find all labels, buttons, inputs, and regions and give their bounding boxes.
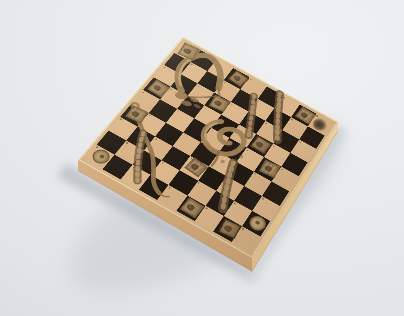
mockup-scene: [0, 0, 404, 316]
spiral-stroke: [197, 118, 249, 161]
creature-foot: [193, 103, 201, 109]
ladder-right-top: [255, 94, 301, 141]
spiral-splat-3: [239, 154, 244, 159]
spiral-splat-1: [220, 159, 226, 164]
creature-leg-1: [181, 99, 193, 107]
